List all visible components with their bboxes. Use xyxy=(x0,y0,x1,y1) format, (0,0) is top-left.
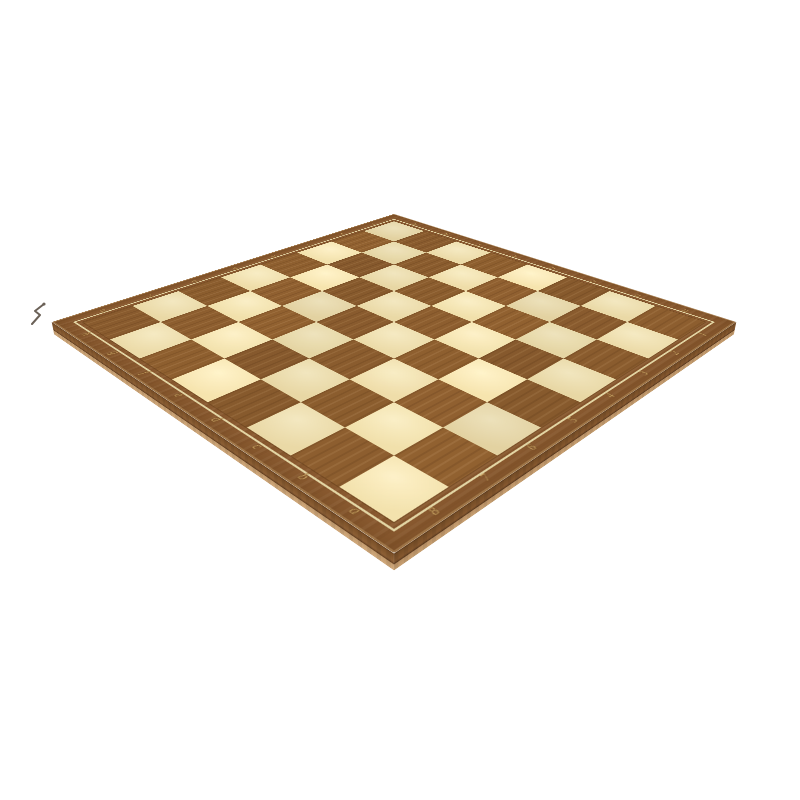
rank-labels-near-edge: 12345678 xyxy=(394,322,726,537)
product-photo-scene: hgfedcba hgfedcba 12345678 12345678 xyxy=(0,0,800,800)
square-a2 xyxy=(597,322,678,359)
square-d7 xyxy=(261,359,350,403)
square-b7 xyxy=(345,402,443,455)
corner-clasp-icon xyxy=(28,301,52,329)
square-c7 xyxy=(301,379,394,427)
square-a4 xyxy=(527,359,616,403)
square-e8 xyxy=(172,359,261,403)
board-grid xyxy=(83,221,705,522)
square-c6 xyxy=(350,359,439,403)
square-b3 xyxy=(516,322,597,359)
square-g8 xyxy=(110,322,191,359)
square-b4 xyxy=(479,339,564,379)
square-e6 xyxy=(272,322,353,359)
square-d6 xyxy=(309,339,394,379)
file-labels-near-edge: hgfedcba xyxy=(62,322,394,537)
square-f7 xyxy=(191,322,272,359)
square-a3 xyxy=(564,339,649,379)
square-a6 xyxy=(443,402,541,455)
square-b8 xyxy=(291,427,394,486)
square-c4 xyxy=(435,322,516,359)
square-b5 xyxy=(438,359,527,403)
square-c5 xyxy=(394,339,479,379)
square-b6 xyxy=(394,379,487,427)
square-d5 xyxy=(353,322,434,359)
square-d8 xyxy=(208,379,301,427)
board-top-surface: hgfedcba hgfedcba 12345678 12345678 xyxy=(52,214,736,554)
square-c8 xyxy=(247,402,345,455)
square-e7 xyxy=(224,339,309,379)
chess-board: hgfedcba hgfedcba 12345678 12345678 xyxy=(52,214,736,554)
square-a7 xyxy=(394,427,497,486)
square-f8 xyxy=(140,339,225,379)
square-a5 xyxy=(487,379,580,427)
square-a8 xyxy=(339,456,448,522)
